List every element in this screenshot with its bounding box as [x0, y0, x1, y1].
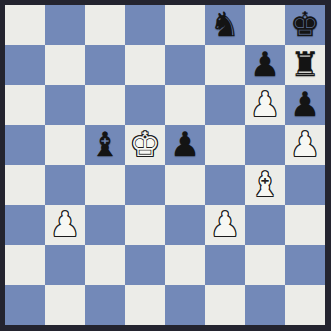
square-a1[interactable] — [5, 285, 45, 325]
square-e5[interactable]: ♟ — [165, 125, 205, 165]
white-pawn-f3: ♟ — [205, 204, 245, 244]
square-a8[interactable] — [5, 5, 45, 45]
square-d4[interactable] — [125, 165, 165, 205]
square-d2[interactable] — [125, 245, 165, 285]
square-f7[interactable] — [205, 45, 245, 85]
chess-board: ♞♚♟♜♟♟♝♚♟♟♝♟♟ — [5, 5, 325, 325]
square-h5[interactable]: ♟ — [285, 125, 325, 165]
square-h8[interactable]: ♚ — [285, 5, 325, 45]
square-e6[interactable] — [165, 85, 205, 125]
square-e1[interactable] — [165, 285, 205, 325]
square-g6[interactable]: ♟ — [245, 85, 285, 125]
white-pawn-h5: ♟ — [285, 124, 325, 164]
square-g2[interactable] — [245, 245, 285, 285]
square-c4[interactable] — [85, 165, 125, 205]
square-g1[interactable] — [245, 285, 285, 325]
square-a7[interactable] — [5, 45, 45, 85]
square-g5[interactable] — [245, 125, 285, 165]
square-b7[interactable] — [45, 45, 85, 85]
square-f8[interactable]: ♞ — [205, 5, 245, 45]
square-e7[interactable] — [165, 45, 205, 85]
square-g3[interactable] — [245, 205, 285, 245]
square-f2[interactable] — [205, 245, 245, 285]
square-e2[interactable] — [165, 245, 205, 285]
square-b5[interactable] — [45, 125, 85, 165]
square-h6[interactable]: ♟ — [285, 85, 325, 125]
black-king-h8: ♚ — [285, 4, 325, 44]
square-a4[interactable] — [5, 165, 45, 205]
square-a2[interactable] — [5, 245, 45, 285]
board-frame: ♞♚♟♜♟♟♝♚♟♟♝♟♟ — [0, 0, 331, 331]
square-d6[interactable] — [125, 85, 165, 125]
square-d1[interactable] — [125, 285, 165, 325]
square-h7[interactable]: ♜ — [285, 45, 325, 85]
square-e3[interactable] — [165, 205, 205, 245]
square-f5[interactable] — [205, 125, 245, 165]
square-a5[interactable] — [5, 125, 45, 165]
square-d7[interactable] — [125, 45, 165, 85]
square-c8[interactable] — [85, 5, 125, 45]
square-h4[interactable] — [285, 165, 325, 205]
black-knight-f8: ♞ — [205, 4, 245, 44]
black-rook-h7: ♜ — [285, 44, 325, 84]
square-d8[interactable] — [125, 5, 165, 45]
square-g7[interactable]: ♟ — [245, 45, 285, 85]
square-b6[interactable] — [45, 85, 85, 125]
square-d3[interactable] — [125, 205, 165, 245]
square-c5[interactable]: ♝ — [85, 125, 125, 165]
black-pawn-g7: ♟ — [245, 44, 285, 84]
square-a6[interactable] — [5, 85, 45, 125]
square-h1[interactable] — [285, 285, 325, 325]
square-f6[interactable] — [205, 85, 245, 125]
black-bishop-c5: ♝ — [85, 124, 125, 164]
square-g8[interactable] — [245, 5, 285, 45]
square-b8[interactable] — [45, 5, 85, 45]
square-f3[interactable]: ♟ — [205, 205, 245, 245]
white-king-d5: ♚ — [125, 124, 165, 164]
square-e4[interactable] — [165, 165, 205, 205]
square-b2[interactable] — [45, 245, 85, 285]
square-c7[interactable] — [85, 45, 125, 85]
square-d5[interactable]: ♚ — [125, 125, 165, 165]
square-c1[interactable] — [85, 285, 125, 325]
square-b4[interactable] — [45, 165, 85, 205]
square-b3[interactable]: ♟ — [45, 205, 85, 245]
square-c2[interactable] — [85, 245, 125, 285]
black-pawn-e5: ♟ — [165, 124, 205, 164]
white-pawn-b3: ♟ — [45, 204, 85, 244]
white-pawn-g6: ♟ — [245, 84, 285, 124]
square-c6[interactable] — [85, 85, 125, 125]
square-f4[interactable] — [205, 165, 245, 205]
square-a3[interactable] — [5, 205, 45, 245]
square-e8[interactable] — [165, 5, 205, 45]
white-bishop-g4: ♝ — [245, 164, 285, 204]
black-pawn-h6: ♟ — [285, 84, 325, 124]
square-b1[interactable] — [45, 285, 85, 325]
square-g4[interactable]: ♝ — [245, 165, 285, 205]
square-c3[interactable] — [85, 205, 125, 245]
square-h3[interactable] — [285, 205, 325, 245]
square-f1[interactable] — [205, 285, 245, 325]
square-h2[interactable] — [285, 245, 325, 285]
